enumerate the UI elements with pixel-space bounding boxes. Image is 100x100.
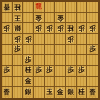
piece-kanji: 歩 bbox=[46, 68, 53, 75]
board-square[interactable]: 歩 bbox=[66, 34, 77, 45]
piece-kanji: 龍 bbox=[35, 4, 42, 11]
board-square[interactable] bbox=[55, 55, 66, 66]
piece-kanji: 金 bbox=[57, 14, 64, 21]
board-square[interactable] bbox=[23, 23, 34, 34]
board-square[interactable] bbox=[13, 77, 24, 88]
board-square[interactable]: 歩 bbox=[87, 45, 98, 56]
board-square[interactable]: 歩 bbox=[2, 66, 13, 77]
piece-kanji: 歩 bbox=[3, 24, 10, 31]
board-square[interactable]: 歩 bbox=[55, 23, 66, 34]
shogi-piece[interactable]: 歩 bbox=[45, 66, 54, 76]
shogi-piece[interactable]: 歩 bbox=[56, 23, 65, 33]
shogi-piece[interactable]: 桂 bbox=[24, 66, 33, 76]
board-square[interactable] bbox=[13, 66, 24, 77]
shogi-piece[interactable]: 龍 bbox=[34, 2, 43, 12]
board-square[interactable] bbox=[66, 55, 77, 66]
board-square[interactable] bbox=[34, 45, 45, 56]
board-square[interactable] bbox=[87, 34, 98, 45]
shogi-piece[interactable]: 金 bbox=[24, 77, 33, 87]
shogi-board: 香桂龍王金金歩銀歩歩歩桂歩歩歩歩歩歩歩歩歩桂歩歩歩歩金香銀玉金銀桂香 bbox=[0, 0, 100, 100]
shogi-piece[interactable]: 歩 bbox=[34, 23, 43, 33]
board-square[interactable] bbox=[34, 87, 45, 98]
board-square[interactable]: 桂 bbox=[13, 2, 24, 13]
shogi-piece[interactable]: 歩 bbox=[24, 34, 33, 44]
piece-kanji: 金 bbox=[35, 14, 42, 21]
shogi-piece[interactable]: 桂 bbox=[77, 88, 86, 98]
board-square[interactable]: 金 bbox=[55, 87, 66, 98]
board-square[interactable] bbox=[2, 34, 13, 45]
board-square[interactable] bbox=[66, 77, 77, 88]
board-square[interactable]: 金 bbox=[55, 13, 66, 24]
piece-kanji: 香 bbox=[3, 3, 10, 10]
shogi-piece[interactable]: 玉 bbox=[45, 88, 54, 98]
piece-kanji: 歩 bbox=[78, 24, 85, 31]
board-square[interactable] bbox=[2, 45, 13, 56]
piece-kanji: 玉 bbox=[46, 89, 53, 96]
board-square[interactable] bbox=[2, 13, 13, 24]
board-square[interactable]: 龍 bbox=[34, 2, 45, 13]
shogi-piece[interactable]: 歩 bbox=[77, 66, 86, 76]
shogi-piece[interactable]: 金 bbox=[34, 13, 43, 23]
shogi-piece[interactable]: 銀 bbox=[13, 23, 22, 33]
piece-kanji: 歩 bbox=[14, 46, 21, 53]
board-square[interactable] bbox=[2, 55, 13, 66]
board-square[interactable]: 金 bbox=[34, 13, 45, 24]
board-square[interactable] bbox=[87, 13, 98, 24]
board-square[interactable] bbox=[55, 2, 66, 13]
piece-kanji: 歩 bbox=[35, 68, 42, 75]
board-square[interactable]: 銀 bbox=[23, 87, 34, 98]
board-square[interactable] bbox=[87, 2, 98, 13]
board-square[interactable]: 歩 bbox=[34, 66, 45, 77]
board-square[interactable] bbox=[45, 45, 56, 56]
piece-kanji: 桂 bbox=[14, 3, 21, 10]
piece-kanji: 金 bbox=[57, 89, 64, 96]
piece-kanji: 歩 bbox=[57, 24, 64, 31]
shogi-piece[interactable]: 歩 bbox=[66, 66, 75, 76]
board-square[interactable]: 歩 bbox=[34, 23, 45, 34]
piece-kanji: 銀 bbox=[67, 89, 74, 96]
shogi-piece[interactable]: 歩 bbox=[13, 34, 22, 44]
shogi-piece[interactable]: 香 bbox=[2, 88, 11, 98]
board-square[interactable]: 歩 bbox=[77, 23, 88, 34]
shogi-piece[interactable]: 桂 bbox=[66, 23, 75, 33]
piece-kanji: 桂 bbox=[25, 68, 32, 75]
piece-kanji: 金 bbox=[25, 78, 32, 85]
board-square[interactable]: 歩 bbox=[77, 66, 88, 77]
piece-kanji: 歩 bbox=[46, 24, 53, 31]
board-square[interactable] bbox=[34, 77, 45, 88]
board-square[interactable] bbox=[45, 34, 56, 45]
board-square[interactable]: 玉 bbox=[45, 87, 56, 98]
piece-kanji: 王 bbox=[14, 14, 21, 21]
shogi-piece[interactable]: 歩 bbox=[2, 23, 11, 33]
shogi-piece[interactable]: 歩 bbox=[45, 23, 54, 33]
piece-kanji: 歩 bbox=[78, 68, 85, 75]
board-square[interactable] bbox=[23, 13, 34, 24]
piece-kanji: 歩 bbox=[89, 46, 96, 53]
board-square[interactable] bbox=[87, 77, 98, 88]
shogi-piece[interactable]: 金 bbox=[56, 88, 65, 98]
shogi-piece[interactable]: 香 bbox=[88, 88, 97, 98]
piece-kanji: 銀 bbox=[25, 89, 32, 96]
board-square[interactable] bbox=[45, 13, 56, 24]
piece-kanji: 歩 bbox=[89, 24, 96, 31]
board-square[interactable] bbox=[13, 55, 24, 66]
piece-kanji: 歩 bbox=[25, 35, 32, 42]
board-square[interactable]: 王 bbox=[13, 13, 24, 24]
piece-kanji: 香 bbox=[3, 89, 10, 96]
board-square[interactable]: 歩 bbox=[23, 34, 34, 45]
board-square[interactable] bbox=[66, 13, 77, 24]
board-square[interactable] bbox=[77, 13, 88, 24]
board-square[interactable] bbox=[87, 55, 98, 66]
piece-kanji: 歩 bbox=[35, 24, 42, 31]
board-square[interactable]: 歩 bbox=[2, 23, 13, 34]
piece-kanji: 桂 bbox=[67, 24, 74, 31]
board-square[interactable] bbox=[87, 66, 98, 77]
board-square[interactable]: 銀 bbox=[66, 87, 77, 98]
piece-kanji: 桂 bbox=[78, 89, 85, 96]
shogi-piece[interactable]: 歩 bbox=[88, 45, 97, 55]
board-square[interactable] bbox=[77, 34, 88, 45]
piece-kanji: 歩 bbox=[14, 35, 21, 42]
shogi-piece[interactable]: 歩 bbox=[24, 55, 33, 65]
board-square[interactable] bbox=[77, 77, 88, 88]
board-square[interactable]: 香 bbox=[2, 87, 13, 98]
shogi-piece[interactable]: 金 bbox=[56, 13, 65, 23]
shogi-piece[interactable]: 歩 bbox=[66, 34, 75, 44]
board-square[interactable] bbox=[66, 2, 77, 13]
piece-kanji: 歩 bbox=[67, 35, 74, 42]
board-square[interactable] bbox=[45, 55, 56, 66]
piece-kanji: 歩 bbox=[3, 68, 10, 75]
board-square[interactable] bbox=[23, 45, 34, 56]
piece-kanji: 香 bbox=[89, 89, 96, 96]
board-square[interactable]: 桂 bbox=[77, 87, 88, 98]
shogi-piece[interactable]: 歩 bbox=[13, 45, 22, 55]
board-square[interactable] bbox=[55, 77, 66, 88]
shogi-piece[interactable]: 銀 bbox=[66, 88, 75, 98]
board-square[interactable]: 香 bbox=[87, 87, 98, 98]
piece-kanji: 銀 bbox=[14, 24, 21, 31]
board-square[interactable]: 歩 bbox=[13, 34, 24, 45]
shogi-piece[interactable]: 銀 bbox=[24, 88, 33, 98]
board-square[interactable]: 銀 bbox=[13, 23, 24, 34]
board-square[interactable]: 桂 bbox=[66, 23, 77, 34]
shogi-piece[interactable]: 王 bbox=[13, 13, 22, 23]
board-square[interactable]: 香 bbox=[2, 2, 13, 13]
board-square[interactable] bbox=[34, 55, 45, 66]
board-square[interactable]: 歩 bbox=[45, 66, 56, 77]
board-square[interactable] bbox=[77, 45, 88, 56]
board-square[interactable]: 金 bbox=[23, 77, 34, 88]
board-square[interactable]: 歩 bbox=[66, 66, 77, 77]
shogi-piece[interactable]: 歩 bbox=[2, 66, 11, 76]
board-square[interactable]: 桂 bbox=[23, 66, 34, 77]
board-square[interactable]: 歩 bbox=[13, 45, 24, 56]
shogi-piece[interactable]: 桂 bbox=[13, 2, 22, 12]
board-square[interactable] bbox=[77, 2, 88, 13]
board-square[interactable] bbox=[55, 34, 66, 45]
board-square[interactable] bbox=[55, 45, 66, 56]
board-square[interactable] bbox=[77, 55, 88, 66]
board-square[interactable] bbox=[34, 34, 45, 45]
board-square[interactable]: 歩 bbox=[23, 55, 34, 66]
shogi-piece[interactable]: 歩 bbox=[88, 23, 97, 33]
board-square[interactable] bbox=[23, 2, 34, 13]
board-square[interactable] bbox=[66, 45, 77, 56]
piece-kanji: 歩 bbox=[67, 68, 74, 75]
board-square[interactable] bbox=[55, 66, 66, 77]
board-square[interactable] bbox=[45, 77, 56, 88]
shogi-piece[interactable]: 歩 bbox=[77, 23, 86, 33]
shogi-piece[interactable]: 歩 bbox=[34, 66, 43, 76]
board-square[interactable]: 歩 bbox=[87, 23, 98, 34]
board-square[interactable] bbox=[2, 77, 13, 88]
piece-kanji: 歩 bbox=[25, 57, 32, 64]
board-square[interactable] bbox=[45, 2, 56, 13]
board-square[interactable] bbox=[13, 87, 24, 98]
shogi-piece[interactable]: 香 bbox=[2, 2, 11, 12]
board-square[interactable]: 歩 bbox=[45, 23, 56, 34]
